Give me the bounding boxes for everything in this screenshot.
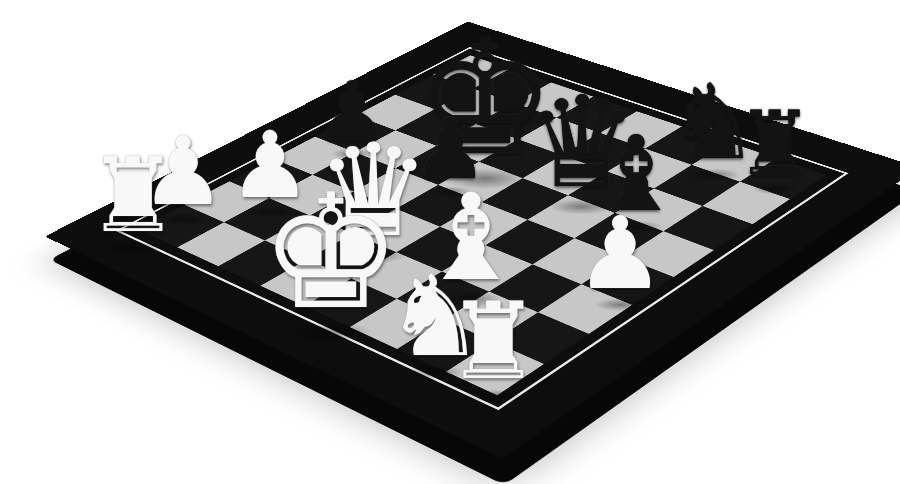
piece-white-rook-a1[interactable]: ♜: [86, 143, 179, 247]
piece-white-rook-h1[interactable]: ♜: [445, 289, 540, 395]
piece-contact-shadow: [106, 241, 160, 255]
piece-contact-shadow: [752, 183, 798, 194]
piece-contact-shadow: [465, 389, 520, 403]
piece-white-king-e1[interactable]: ♚: [260, 173, 402, 331]
piece-white-pawn-h4[interactable]: ♟: [575, 204, 665, 304]
piece-black-rook-h8[interactable]: ♜: [736, 100, 815, 188]
piece-contact-shadow: [594, 298, 646, 311]
piece-contact-shadow: [290, 322, 372, 343]
piece-contact-shadow: [686, 168, 740, 182]
